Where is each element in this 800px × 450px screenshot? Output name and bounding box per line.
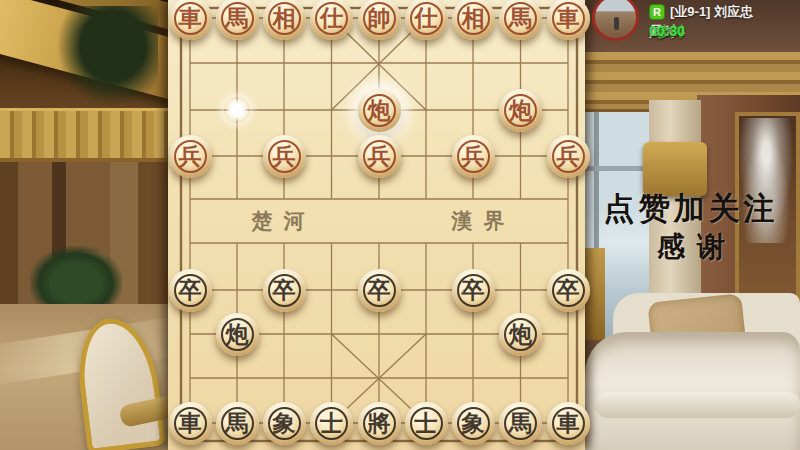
avatar-person <box>614 17 619 30</box>
player-name: [业9-1] 刘应忠 <box>670 3 753 21</box>
left-room-photo <box>0 0 168 450</box>
piece-炮[interactable]: 炮 <box>358 89 401 132</box>
piece-車[interactable]: 車 <box>547 402 590 445</box>
piece-兵[interactable]: 兵 <box>169 135 212 178</box>
piece-仕[interactable]: 仕 <box>405 0 448 40</box>
piece-相[interactable]: 相 <box>263 0 306 40</box>
stream-frame: 楚河 漢界 車馬相仕帥仕相馬車炮炮兵兵兵兵兵卒卒卒卒卒炮炮車馬象士將士象馬車 R… <box>0 0 800 450</box>
white-sofa <box>585 332 800 450</box>
piece-炮[interactable]: 炮 <box>499 313 542 356</box>
piece-士[interactable]: 士 <box>310 402 353 445</box>
piece-卒[interactable]: 卒 <box>263 269 306 312</box>
piece-仕[interactable]: 仕 <box>310 0 353 40</box>
caption-line2: 感谢 <box>590 228 792 266</box>
piece-馬[interactable]: 馬 <box>499 0 542 40</box>
piece-兵[interactable]: 兵 <box>547 135 590 178</box>
piece-炮[interactable]: 炮 <box>216 313 259 356</box>
player-hud: R [业9-1] 刘应忠 局时 15:04 步时 00:30 <box>585 0 800 50</box>
piece-馬[interactable]: 馬 <box>216 0 259 40</box>
piece-將[interactable]: 將 <box>358 402 401 445</box>
piece-象[interactable]: 象 <box>263 402 306 445</box>
piece-卒[interactable]: 卒 <box>547 269 590 312</box>
xiangqi-board[interactable]: 楚河 漢界 車馬相仕帥仕相馬車炮炮兵兵兵兵兵卒卒卒卒卒炮炮車馬象士將士象馬車 <box>168 0 585 450</box>
caption-line1: 点赞加关注 <box>590 188 792 230</box>
move-time-value: 00:30 <box>649 23 685 39</box>
piece-車[interactable]: 車 <box>169 402 212 445</box>
sofa-cushion <box>595 392 800 418</box>
piece-兵[interactable]: 兵 <box>263 135 306 178</box>
piece-兵[interactable]: 兵 <box>358 135 401 178</box>
piece-卒[interactable]: 卒 <box>169 269 212 312</box>
piece-馬[interactable]: 馬 <box>499 402 542 445</box>
gold-carved-band <box>0 108 168 162</box>
ceiling-plant <box>58 6 158 106</box>
piece-兵[interactable]: 兵 <box>452 135 495 178</box>
piece-象[interactable]: 象 <box>452 402 495 445</box>
piece-車[interactable]: 車 <box>169 0 212 40</box>
piece-卒[interactable]: 卒 <box>358 269 401 312</box>
piece-馬[interactable]: 馬 <box>216 402 259 445</box>
rank-badge-icon: R <box>649 4 665 20</box>
pieces-layer: 車馬相仕帥仕相馬車炮炮兵兵兵兵兵卒卒卒卒卒炮炮車馬象士將士象馬車 <box>168 0 585 450</box>
player-avatar <box>592 0 639 41</box>
last-move-origin-marker <box>224 97 250 123</box>
piece-車[interactable]: 車 <box>547 0 590 40</box>
piece-帥[interactable]: 帥 <box>358 0 401 40</box>
piece-炮[interactable]: 炮 <box>499 89 542 132</box>
piece-卒[interactable]: 卒 <box>452 269 495 312</box>
piece-相[interactable]: 相 <box>452 0 495 40</box>
piece-士[interactable]: 士 <box>405 402 448 445</box>
